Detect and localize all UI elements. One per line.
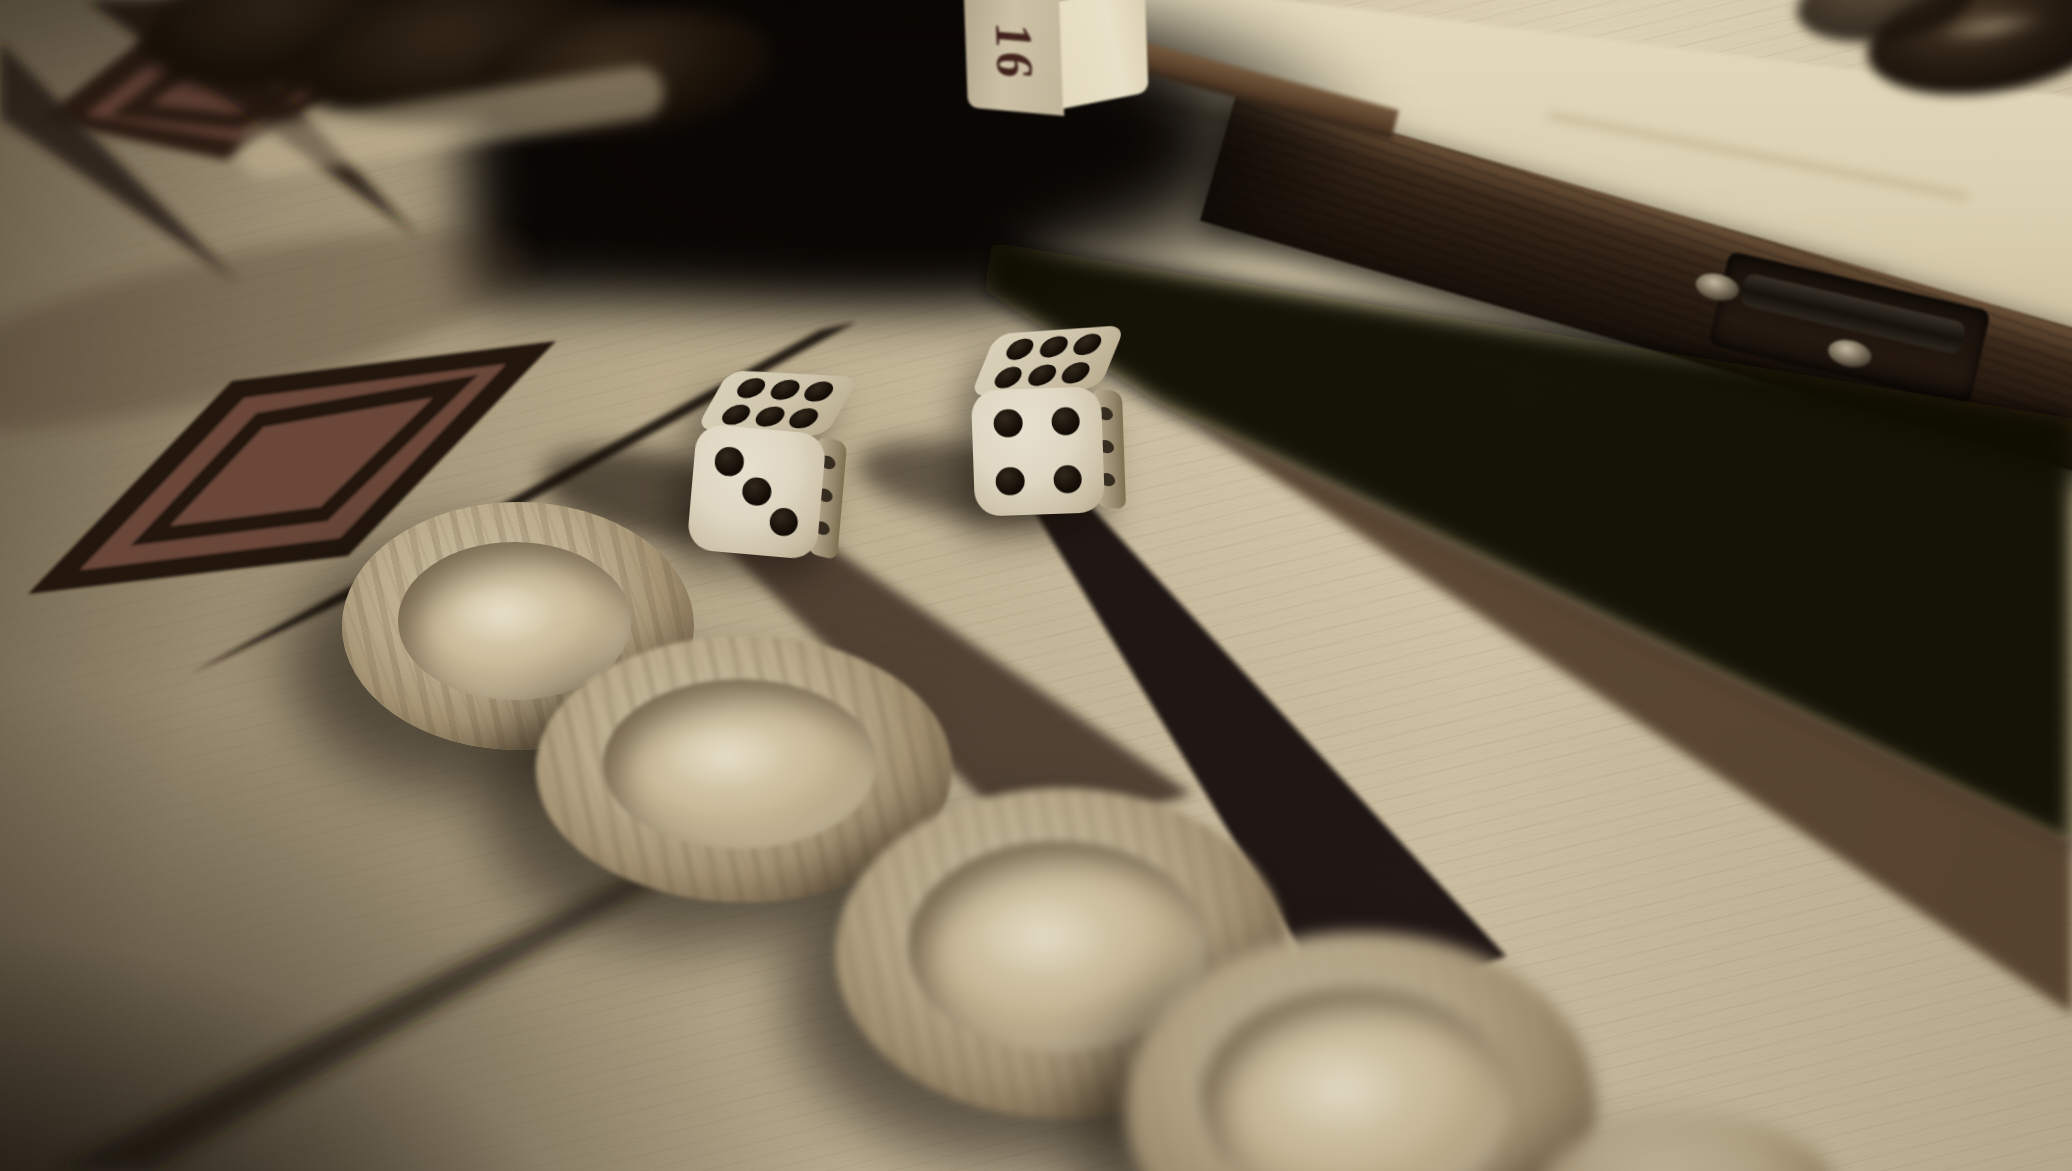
die-pip [1053, 465, 1083, 494]
die-pip [766, 379, 803, 401]
die-pip [714, 446, 745, 477]
left-die-front-face-3 [686, 423, 826, 560]
checker-highlight [1269, 1046, 1412, 1136]
die-pip [994, 409, 1024, 438]
checker-highlight [974, 896, 1111, 980]
die-pip [1002, 338, 1037, 361]
die-pip [785, 407, 822, 429]
die-pip [751, 405, 788, 427]
checker-highlight [663, 723, 789, 791]
checker-highlight [449, 583, 556, 646]
die-pip [1036, 336, 1071, 359]
point-foreground-blur [52, 862, 692, 1171]
die-pip [768, 507, 799, 538]
die-pip [1058, 361, 1093, 384]
die-pip [732, 378, 769, 400]
left-die[interactable] [686, 366, 858, 565]
right-die[interactable] [969, 327, 1133, 520]
die-pip [800, 381, 837, 403]
die-pip [1025, 363, 1060, 386]
die-pip [718, 404, 755, 426]
die-pip [991, 366, 1026, 389]
right-die-front-face-4 [971, 386, 1105, 516]
right-die-top-face-6 [970, 325, 1126, 397]
die-pip [1051, 407, 1081, 436]
checker-dish [603, 679, 878, 849]
backgammon-photo-scene: 16 [0, 0, 2072, 1171]
under-rail-shadow [984, 242, 2072, 848]
die-pip [996, 467, 1026, 496]
die-pip [1070, 333, 1105, 356]
die-pip [741, 476, 772, 507]
